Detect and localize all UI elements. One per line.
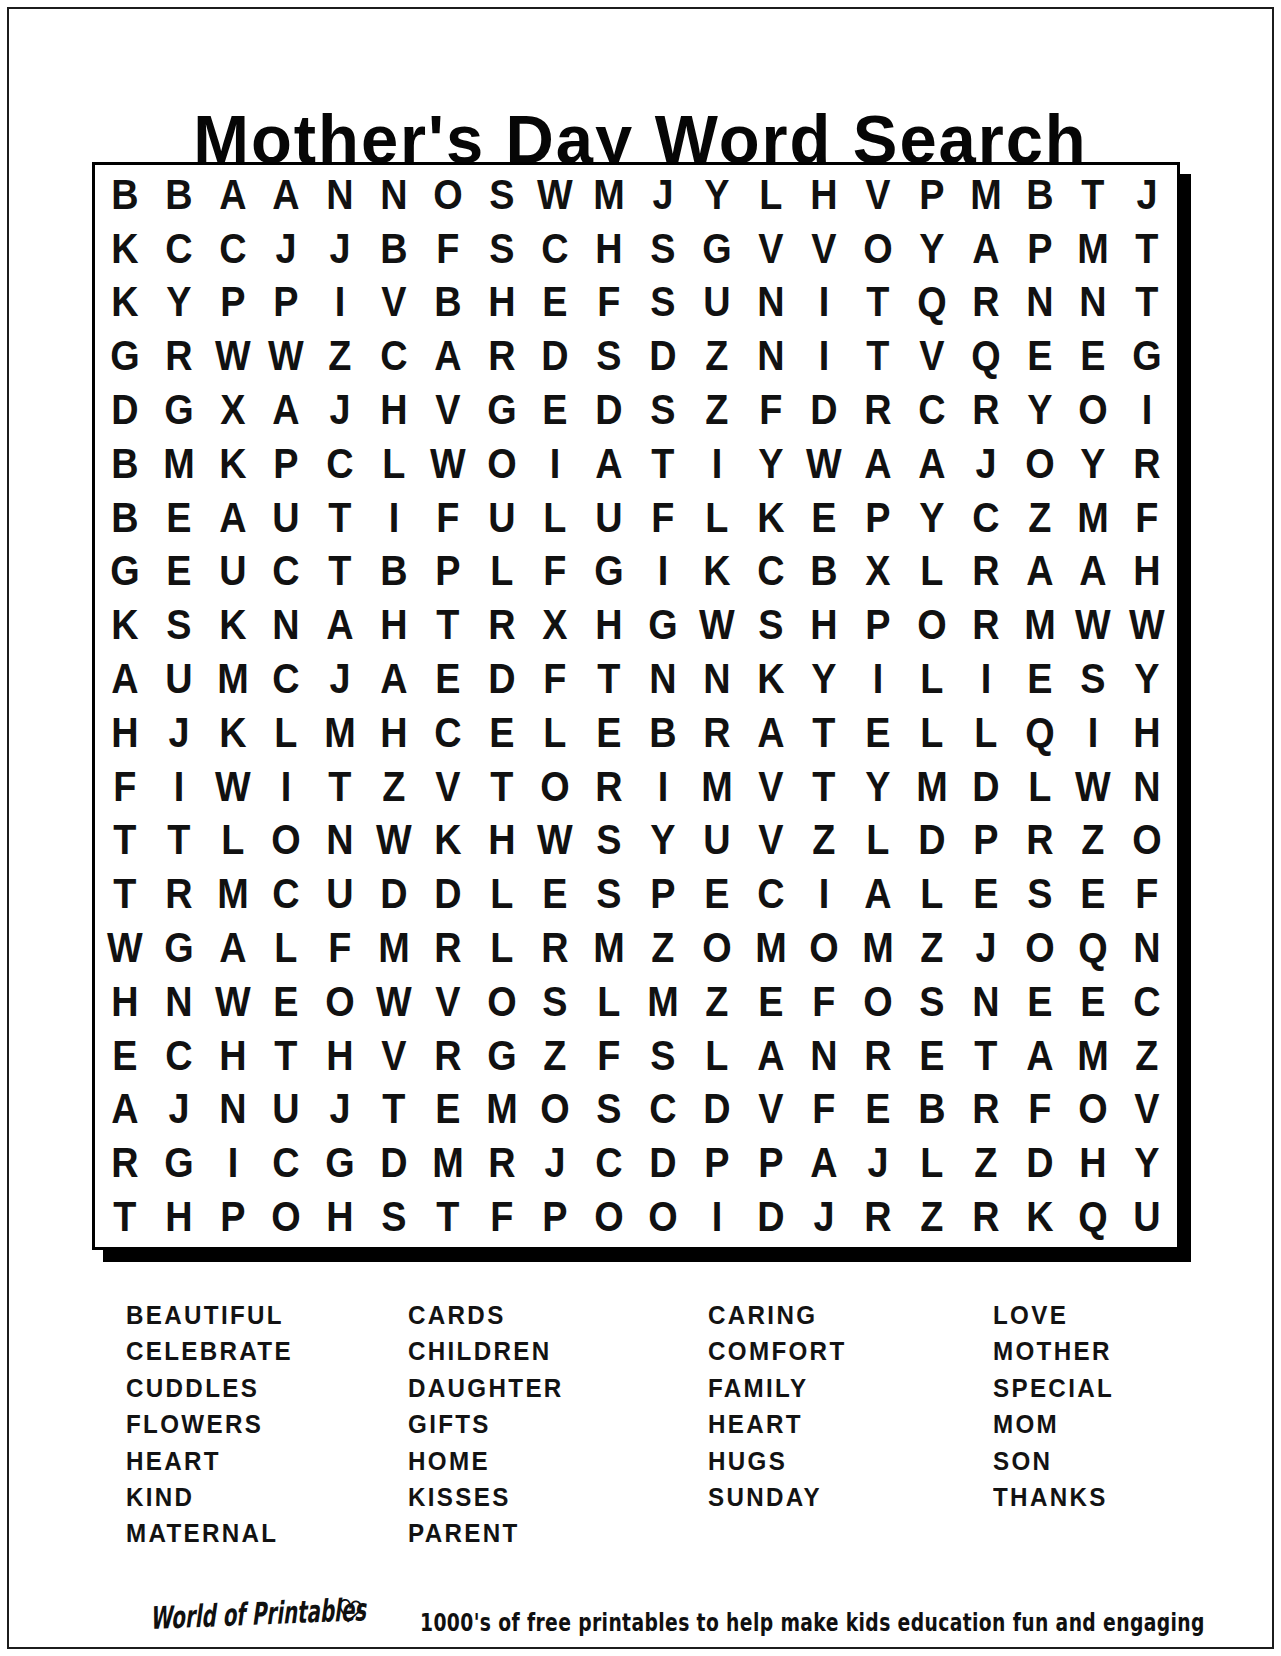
grid-cell: U xyxy=(316,867,364,921)
grid-cell: T xyxy=(316,545,364,599)
grid-cell: K xyxy=(746,652,794,706)
grid-cell: J xyxy=(1123,168,1171,222)
grid-cell: F xyxy=(639,491,687,545)
grid-cell: E xyxy=(531,276,579,330)
grid-cell: I xyxy=(639,545,687,599)
grid-cell: I xyxy=(208,1136,256,1190)
grid-cell: G xyxy=(585,545,633,599)
grid-cell: K xyxy=(208,706,256,760)
grid-cell: W xyxy=(1123,598,1171,652)
word-list-item: KIND xyxy=(126,1479,293,1515)
brand-logo-text: World of Printables xyxy=(150,1591,367,1636)
grid-cell: V xyxy=(370,1029,418,1083)
word-list-item: HUGS xyxy=(708,1443,846,1479)
grid-cell: A xyxy=(370,652,418,706)
grid-cell: G xyxy=(477,383,525,437)
grid-cell: N xyxy=(746,329,794,383)
grid-cell: W xyxy=(370,814,418,868)
grid-cell: K xyxy=(101,598,149,652)
grid-cell: B xyxy=(1015,168,1063,222)
grid-cell: Y xyxy=(154,276,202,330)
grid-cell: U xyxy=(477,491,525,545)
grid-cell: L xyxy=(585,975,633,1029)
grid-cell: Z xyxy=(639,921,687,975)
grid-cell: J xyxy=(316,1083,364,1137)
grid-cell: S xyxy=(154,598,202,652)
grid-cell: S xyxy=(639,222,687,276)
grid-cell: C xyxy=(370,329,418,383)
grid-cell: C xyxy=(262,867,310,921)
grid-cell: V xyxy=(370,276,418,330)
grid-cell: P xyxy=(1015,222,1063,276)
grid-cell: O xyxy=(531,1083,579,1137)
grid-cell: C xyxy=(208,222,256,276)
grid-cell: Y xyxy=(854,760,902,814)
grid-cell: F xyxy=(423,491,471,545)
grid-cell: Z xyxy=(692,975,740,1029)
grid-cell: K xyxy=(746,491,794,545)
grid-cell: O xyxy=(585,1190,633,1244)
grid-cell: R xyxy=(154,329,202,383)
grid-cell: H xyxy=(1123,706,1171,760)
grid-cell: M xyxy=(908,760,956,814)
grid-cell: Z xyxy=(908,1190,956,1244)
grid-cell: I xyxy=(800,329,848,383)
grid-cell: B xyxy=(101,437,149,491)
grid-cell: L xyxy=(908,652,956,706)
grid-cell: V xyxy=(1123,1083,1171,1137)
grid-cell: C xyxy=(262,1136,310,1190)
grid-cell: C xyxy=(154,222,202,276)
grid-cell: T xyxy=(370,1083,418,1137)
grid-cell: J xyxy=(800,1190,848,1244)
grid-cell: C xyxy=(531,222,579,276)
grid-cell: M xyxy=(370,921,418,975)
printable-page: Mother's Day Word Search BBAANNOSWMJYLHV… xyxy=(0,0,1281,1656)
grid-cell: B xyxy=(908,1083,956,1137)
grid-cell: E xyxy=(1069,329,1117,383)
grid-cell: H xyxy=(800,598,848,652)
grid-cell: H xyxy=(1069,1136,1117,1190)
grid-cell: Z xyxy=(800,814,848,868)
grid-cell: N xyxy=(370,168,418,222)
grid-cell: N xyxy=(800,1029,848,1083)
grid-cell: T xyxy=(423,598,471,652)
grid-cell: U xyxy=(692,814,740,868)
grid-cell: V xyxy=(423,760,471,814)
grid-cell: E xyxy=(1015,975,1063,1029)
grid-cell: P xyxy=(262,276,310,330)
grid-cell: E xyxy=(531,383,579,437)
grid-cell: U xyxy=(262,491,310,545)
grid-cell: N xyxy=(1069,276,1117,330)
grid-cell: O xyxy=(1015,921,1063,975)
grid-cell: D xyxy=(101,383,149,437)
word-search-board-panel: BBAANNOSWMJYLHVPMBTJKCCJJBFSCHSGVVOYAPMT… xyxy=(92,162,1180,1250)
word-search-grid: BBAANNOSWMJYLHVPMBTJKCCJJBFSCHSGVVOYAPMT… xyxy=(95,165,1177,1247)
grid-cell: S xyxy=(585,1083,633,1137)
grid-cell: I xyxy=(800,276,848,330)
grid-cell: B xyxy=(800,545,848,599)
grid-cell: L xyxy=(370,437,418,491)
grid-cell: Q xyxy=(1069,1190,1117,1244)
grid-cell: W xyxy=(208,760,256,814)
grid-cell: C xyxy=(746,545,794,599)
grid-cell: H xyxy=(154,1190,202,1244)
grid-cell: Q xyxy=(908,276,956,330)
grid-cell: F xyxy=(800,1083,848,1137)
grid-cell: I xyxy=(692,1190,740,1244)
grid-cell: E xyxy=(800,491,848,545)
grid-cell: K xyxy=(208,437,256,491)
grid-cell: L xyxy=(908,867,956,921)
grid-cell: T xyxy=(800,706,848,760)
grid-cell: T xyxy=(800,760,848,814)
grid-cell: T xyxy=(316,760,364,814)
grid-cell: D xyxy=(370,1136,418,1190)
grid-cell: R xyxy=(854,383,902,437)
grid-cell: J xyxy=(961,921,1009,975)
grid-cell: S xyxy=(639,1029,687,1083)
grid-cell: Z xyxy=(316,329,364,383)
grid-cell: V xyxy=(746,760,794,814)
grid-cell: J xyxy=(854,1136,902,1190)
grid-cell: D xyxy=(477,652,525,706)
grid-cell: N xyxy=(316,814,364,868)
grid-cell: H xyxy=(316,1190,364,1244)
grid-cell: L xyxy=(531,706,579,760)
grid-cell: D xyxy=(961,760,1009,814)
grid-cell: H xyxy=(208,1029,256,1083)
word-list-item: KISSES xyxy=(408,1479,564,1515)
word-list-item: SON xyxy=(993,1443,1114,1479)
word-list-item: MATERNAL xyxy=(126,1515,293,1551)
word-list-item: COMFORT xyxy=(708,1333,846,1369)
grid-cell: F xyxy=(531,652,579,706)
word-list-item: SUNDAY xyxy=(708,1479,846,1515)
grid-cell: E xyxy=(531,867,579,921)
grid-cell: R xyxy=(854,1029,902,1083)
grid-cell: A xyxy=(800,1136,848,1190)
grid-cell: C xyxy=(262,545,310,599)
word-list-item: HOME xyxy=(408,1443,564,1479)
grid-cell: Y xyxy=(908,222,956,276)
grid-cell: L xyxy=(477,545,525,599)
grid-cell: R xyxy=(961,276,1009,330)
grid-cell: F xyxy=(585,276,633,330)
grid-cell: A xyxy=(854,867,902,921)
grid-cell: T xyxy=(854,276,902,330)
grid-cell: A xyxy=(908,437,956,491)
grid-cell: T xyxy=(101,867,149,921)
grid-cell: H xyxy=(370,383,418,437)
grid-cell: D xyxy=(370,867,418,921)
grid-cell: G xyxy=(639,598,687,652)
grid-cell: H xyxy=(800,168,848,222)
word-list-column-1: BEAUTIFULCELEBRATECUDDLESFLOWERSHEARTKIN… xyxy=(126,1297,305,1552)
grid-cell: S xyxy=(477,168,525,222)
grid-cell: K xyxy=(101,276,149,330)
grid-cell: R xyxy=(961,545,1009,599)
grid-cell: T xyxy=(1123,276,1171,330)
grid-cell: R xyxy=(961,383,1009,437)
word-list-item: CHILDREN xyxy=(408,1333,564,1369)
grid-cell: F xyxy=(316,921,364,975)
grid-cell: C xyxy=(154,1029,202,1083)
grid-cell: C xyxy=(423,706,471,760)
grid-cell: E xyxy=(908,1029,956,1083)
grid-cell: K xyxy=(692,545,740,599)
grid-cell: Q xyxy=(1015,706,1063,760)
grid-cell: E xyxy=(585,706,633,760)
grid-cell: Y xyxy=(1123,652,1171,706)
grid-cell: B xyxy=(101,491,149,545)
grid-cell: I xyxy=(154,760,202,814)
grid-cell: I xyxy=(1069,706,1117,760)
grid-cell: D xyxy=(1015,1136,1063,1190)
grid-cell: M xyxy=(854,921,902,975)
grid-cell: T xyxy=(477,760,525,814)
grid-cell: R xyxy=(692,706,740,760)
grid-cell: E xyxy=(262,975,310,1029)
grid-cell: F xyxy=(1015,1083,1063,1137)
grid-cell: L xyxy=(262,706,310,760)
grid-cell: I xyxy=(692,437,740,491)
grid-cell: U xyxy=(692,276,740,330)
grid-cell: D xyxy=(746,1190,794,1244)
grid-cell: E xyxy=(154,491,202,545)
grid-cell: J xyxy=(262,222,310,276)
grid-cell: J xyxy=(639,168,687,222)
grid-cell: Z xyxy=(1015,491,1063,545)
grid-cell: I xyxy=(316,276,364,330)
word-list-item: CUDDLES xyxy=(126,1370,293,1406)
grid-cell: M xyxy=(961,168,1009,222)
grid-cell: N xyxy=(316,168,364,222)
grid-cell: M xyxy=(1069,222,1117,276)
grid-cell: G xyxy=(154,921,202,975)
grid-cell: X xyxy=(208,383,256,437)
grid-cell: R xyxy=(477,598,525,652)
word-list-item: HEART xyxy=(708,1406,846,1442)
word-list-item: HEART xyxy=(126,1443,293,1479)
grid-cell: J xyxy=(154,1083,202,1137)
grid-cell: E xyxy=(1015,329,1063,383)
grid-cell: A xyxy=(208,921,256,975)
grid-cell: J xyxy=(154,706,202,760)
grid-cell: F xyxy=(423,222,471,276)
word-list-item: PARENT xyxy=(408,1515,564,1551)
grid-cell: S xyxy=(639,383,687,437)
grid-cell: O xyxy=(423,168,471,222)
grid-cell: P xyxy=(208,1190,256,1244)
grid-cell: P xyxy=(639,867,687,921)
grid-cell: G xyxy=(1123,329,1171,383)
grid-cell: V xyxy=(423,975,471,1029)
grid-cell: I xyxy=(262,760,310,814)
grid-cell: A xyxy=(262,383,310,437)
grid-cell: N xyxy=(262,598,310,652)
grid-cell: N xyxy=(639,652,687,706)
grid-cell: N xyxy=(208,1083,256,1137)
grid-cell: H xyxy=(370,706,418,760)
footer-tagline: 1000's of free printables to help make k… xyxy=(420,1608,1205,1637)
grid-cell: O xyxy=(316,975,364,1029)
grid-cell: D xyxy=(531,329,579,383)
word-list-item: LOVE xyxy=(993,1297,1114,1333)
grid-cell: O xyxy=(262,1190,310,1244)
word-list-item: GIFTS xyxy=(408,1406,564,1442)
grid-cell: A xyxy=(1015,545,1063,599)
grid-cell: R xyxy=(961,598,1009,652)
grid-cell: T xyxy=(639,437,687,491)
grid-cell: O xyxy=(1069,383,1117,437)
grid-cell: S xyxy=(908,975,956,1029)
grid-cell: M xyxy=(585,921,633,975)
grid-cell: A xyxy=(101,652,149,706)
grid-cell: N xyxy=(1123,760,1171,814)
grid-cell: Z xyxy=(1069,814,1117,868)
grid-cell: L xyxy=(908,1136,956,1190)
grid-cell: F xyxy=(746,383,794,437)
grid-cell: B xyxy=(370,222,418,276)
grid-cell: D xyxy=(585,383,633,437)
grid-cell: U xyxy=(208,545,256,599)
grid-cell: D xyxy=(423,867,471,921)
grid-cell: F xyxy=(585,1029,633,1083)
grid-cell: E xyxy=(423,1083,471,1137)
grid-cell: U xyxy=(585,491,633,545)
grid-cell: P xyxy=(531,1190,579,1244)
grid-cell: P xyxy=(746,1136,794,1190)
grid-cell: K xyxy=(208,598,256,652)
grid-cell: E xyxy=(1069,975,1117,1029)
grid-cell: S xyxy=(639,276,687,330)
word-list-item: MOM xyxy=(993,1406,1114,1442)
grid-cell: M xyxy=(639,975,687,1029)
grid-cell: Z xyxy=(370,760,418,814)
grid-cell: H xyxy=(1123,545,1171,599)
grid-cell: O xyxy=(692,921,740,975)
grid-cell: B xyxy=(370,545,418,599)
grid-cell: O xyxy=(477,975,525,1029)
grid-cell: O xyxy=(477,437,525,491)
grid-cell: C xyxy=(961,491,1009,545)
grid-cell: W xyxy=(692,598,740,652)
grid-cell: W xyxy=(1069,760,1117,814)
grid-cell: R xyxy=(477,329,525,383)
grid-cell: P xyxy=(961,814,1009,868)
grid-cell: X xyxy=(854,545,902,599)
grid-cell: A xyxy=(423,329,471,383)
grid-cell: I xyxy=(531,437,579,491)
grid-cell: H xyxy=(101,706,149,760)
grid-cell: R xyxy=(961,1083,1009,1137)
grid-cell: K xyxy=(101,222,149,276)
grid-cell: Z xyxy=(961,1136,1009,1190)
heart-icon: ♡ xyxy=(334,1592,366,1630)
grid-cell: E xyxy=(961,867,1009,921)
grid-cell: A xyxy=(746,706,794,760)
grid-cell: D xyxy=(800,383,848,437)
grid-cell: F xyxy=(477,1190,525,1244)
grid-cell: H xyxy=(101,975,149,1029)
grid-cell: B xyxy=(101,168,149,222)
grid-cell: Z xyxy=(692,383,740,437)
grid-cell: M xyxy=(746,921,794,975)
grid-cell: S xyxy=(585,814,633,868)
grid-cell: C xyxy=(585,1136,633,1190)
grid-cell: M xyxy=(1069,1029,1117,1083)
grid-cell: Y xyxy=(1069,437,1117,491)
grid-cell: P xyxy=(908,168,956,222)
grid-cell: E xyxy=(1015,652,1063,706)
grid-cell: S xyxy=(746,598,794,652)
grid-cell: P xyxy=(854,491,902,545)
grid-cell: F xyxy=(1123,867,1171,921)
grid-cell: Z xyxy=(1123,1029,1171,1083)
grid-cell: V xyxy=(854,168,902,222)
grid-cell: L xyxy=(531,491,579,545)
grid-cell: B xyxy=(423,276,471,330)
word-list-item: DAUGHTER xyxy=(408,1370,564,1406)
grid-cell: S xyxy=(477,222,525,276)
grid-cell: H xyxy=(370,598,418,652)
grid-cell: P xyxy=(854,598,902,652)
grid-cell: I xyxy=(854,652,902,706)
grid-cell: V xyxy=(746,222,794,276)
grid-cell: S xyxy=(531,975,579,1029)
grid-cell: A xyxy=(1015,1029,1063,1083)
grid-cell: S xyxy=(1069,652,1117,706)
grid-cell: W xyxy=(208,975,256,1029)
grid-cell: F xyxy=(101,760,149,814)
grid-cell: N xyxy=(692,652,740,706)
grid-cell: O xyxy=(1015,437,1063,491)
word-list-column-3: CARINGCOMFORTFAMILYHEARTHUGSSUNDAY xyxy=(708,1297,857,1515)
grid-cell: H xyxy=(585,222,633,276)
grid-cell: A xyxy=(101,1083,149,1137)
grid-cell: W xyxy=(531,814,579,868)
grid-cell: E xyxy=(746,975,794,1029)
grid-cell: L xyxy=(692,1029,740,1083)
grid-cell: D xyxy=(908,814,956,868)
grid-cell: I xyxy=(1123,383,1171,437)
word-list-item: CARDS xyxy=(408,1297,564,1333)
grid-cell: T xyxy=(262,1029,310,1083)
grid-cell: N xyxy=(1015,276,1063,330)
grid-cell: J xyxy=(531,1136,579,1190)
grid-cell: Y xyxy=(1123,1136,1171,1190)
grid-cell: O xyxy=(854,975,902,1029)
grid-cell: H xyxy=(316,1029,364,1083)
grid-cell: M xyxy=(154,437,202,491)
grid-cell: V xyxy=(800,222,848,276)
grid-cell: P xyxy=(692,1136,740,1190)
grid-cell: J xyxy=(316,222,364,276)
grid-cell: L xyxy=(908,706,956,760)
grid-cell: F xyxy=(1123,491,1171,545)
grid-cell: A xyxy=(1069,545,1117,599)
grid-cell: T xyxy=(316,491,364,545)
grid-cell: Y xyxy=(908,491,956,545)
grid-cell: T xyxy=(585,652,633,706)
grid-cell: A xyxy=(854,437,902,491)
grid-cell: B xyxy=(639,706,687,760)
grid-cell: V xyxy=(423,383,471,437)
grid-cell: S xyxy=(1015,867,1063,921)
grid-cell: O xyxy=(800,921,848,975)
